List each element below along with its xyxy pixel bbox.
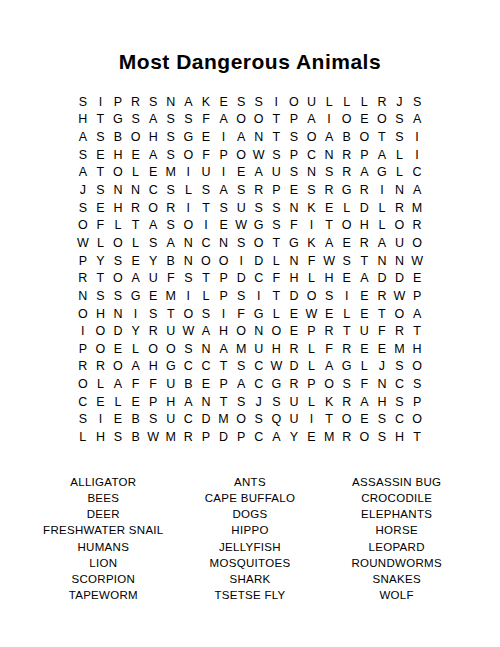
grid-cell-r15c8: N [197, 340, 215, 358]
grid-cell-r19c1: S [74, 411, 92, 429]
grid-cell-r6c16: G [338, 181, 356, 199]
grid-cell-r18c11: J [250, 393, 268, 411]
grid-cell-r13c7: O [180, 305, 198, 323]
grid-cell-r4c10: O [232, 146, 250, 164]
grid-cell-r5c10: E [232, 164, 250, 182]
grid-cell-r12c14: O [303, 287, 321, 305]
grid-cell-r18c17: A [356, 393, 374, 411]
word-list: ALLIGATORBEESDEERFRESHWATER SNAILHUMANSL… [30, 474, 470, 604]
grid-cell-r11c7: S [180, 269, 198, 287]
grid-cell-r7c14: K [303, 199, 321, 217]
grid-cell-r8c1: O [74, 216, 92, 234]
grid-cell-r5c18: G [373, 164, 391, 182]
grid-cell-r15c14: L [303, 340, 321, 358]
grid-cell-r17c13: R [285, 375, 303, 393]
grid-cell-r2c12: T [268, 111, 286, 129]
grid-cell-r18c13: U [285, 393, 303, 411]
word-item: SNAKES [323, 571, 470, 587]
grid-cell-r7c13: N [285, 199, 303, 217]
grid-cell-r5c20: C [408, 164, 426, 182]
grid-cell-r19c14: I [303, 411, 321, 429]
grid-cell-r11c1: R [74, 269, 92, 287]
grid-cell-r19c20: O [408, 411, 426, 429]
grid-cell-r8c6: S [162, 216, 180, 234]
word-list-column-2: ANTSCAPE BUFFALODOGSHIPPOJELLYFISHMOSQUI… [177, 474, 324, 604]
grid-cell-r13c1: O [74, 305, 92, 323]
word-item: DOGS [177, 506, 324, 522]
word-item: TAPEWORM [30, 587, 177, 603]
grid-cell-r1c5: S [144, 93, 162, 111]
grid-cell-r9c2: L [92, 234, 110, 252]
grid-cell-r19c3: E [109, 411, 127, 429]
grid-cell-r5c8: U [197, 164, 215, 182]
grid-cell-r11c5: U [144, 269, 162, 287]
grid-cell-r1c13: O [285, 93, 303, 111]
grid-cell-r2c15: I [320, 111, 338, 129]
grid-cell-r4c16: R [338, 146, 356, 164]
grid-cell-r18c19: S [391, 393, 409, 411]
grid-cell-r7c5: O [144, 199, 162, 217]
grid-cell-r18c18: H [373, 393, 391, 411]
grid-cell-r14c5: R [144, 322, 162, 340]
grid-cell-r4c6: S [162, 146, 180, 164]
grid-cell-r10c15: W [320, 252, 338, 270]
grid-cell-r3c20: I [408, 128, 426, 146]
grid-cell-r16c11: C [250, 358, 268, 376]
grid-cell-r7c1: S [74, 199, 92, 217]
grid-cell-r1c8: K [197, 93, 215, 111]
grid-cell-r13c12: L [268, 305, 286, 323]
grid-cell-r9c6: A [162, 234, 180, 252]
grid-cell-r9c12: T [268, 234, 286, 252]
grid-cell-r12c5: E [144, 287, 162, 305]
word-search-grid: SIPRSNAKESSIOULLLRJSHTGSASSFAOOTPAIOEOSA… [74, 93, 426, 446]
grid-cell-r10c6: B [162, 252, 180, 270]
grid-cell-r6c17: R [356, 181, 374, 199]
grid-cell-r2c3: G [109, 111, 127, 129]
grid-cell-r2c20: A [408, 111, 426, 129]
word-item: LION [30, 555, 177, 571]
grid-cell-r14c3: D [109, 322, 127, 340]
grid-cell-r19c10: O [232, 411, 250, 429]
grid-cell-r17c10: A [232, 375, 250, 393]
grid-cell-r19c16: O [338, 411, 356, 429]
grid-cell-r5c17: A [356, 164, 374, 182]
grid-cell-r3c4: O [127, 128, 145, 146]
grid-cell-r15c10: M [232, 340, 250, 358]
grid-cell-r4c20: I [408, 146, 426, 164]
word-item: LEOPARD [323, 539, 470, 555]
grid-cell-r20c2: H [92, 428, 110, 446]
grid-cell-r6c6: S [162, 181, 180, 199]
puzzle-title: Most Dangerous Animals [0, 0, 500, 73]
grid-cell-r10c5: Y [144, 252, 162, 270]
grid-cell-r7c10: U [232, 199, 250, 217]
grid-cell-r14c14: P [303, 322, 321, 340]
grid-cell-r17c2: L [92, 375, 110, 393]
grid-cell-r14c11: N [250, 322, 268, 340]
grid-cell-r1c10: S [232, 93, 250, 111]
grid-cell-r5c7: I [180, 164, 198, 182]
grid-cell-r16c2: R [92, 358, 110, 376]
grid-cell-r13c17: E [356, 305, 374, 323]
grid-cell-r18c1: C [74, 393, 92, 411]
grid-cell-r8c4: T [127, 216, 145, 234]
grid-cell-r20c13: Y [285, 428, 303, 446]
grid-cell-r12c2: S [92, 287, 110, 305]
grid-cell-r12c1: N [74, 287, 92, 305]
grid-cell-r1c6: N [162, 93, 180, 111]
grid-cell-r2c11: O [250, 111, 268, 129]
grid-cell-r1c15: L [320, 93, 338, 111]
grid-cell-r13c10: F [232, 305, 250, 323]
grid-cell-r17c8: E [197, 375, 215, 393]
word-item: SCORPION [30, 571, 177, 587]
grid-cell-r19c13: U [285, 411, 303, 429]
grid-cell-r12c19: W [391, 287, 409, 305]
grid-cell-r5c15: S [320, 164, 338, 182]
grid-cell-r20c14: E [303, 428, 321, 446]
grid-cell-r1c3: P [109, 93, 127, 111]
grid-cell-r11c8: T [197, 269, 215, 287]
grid-cell-r13c8: S [197, 305, 215, 323]
grid-cell-r4c8: F [197, 146, 215, 164]
word-item: ELEPHANTS [323, 506, 470, 522]
grid-cell-r9c3: O [109, 234, 127, 252]
grid-cell-r16c5: H [144, 358, 162, 376]
grid-cell-r8c11: G [250, 216, 268, 234]
grid-cell-r3c6: S [162, 128, 180, 146]
grid-cell-r15c20: H [408, 340, 426, 358]
grid-cell-r5c13: S [285, 164, 303, 182]
grid-cell-r13c6: T [162, 305, 180, 323]
grid-cell-r2c18: O [373, 111, 391, 129]
grid-cell-r12c6: M [162, 287, 180, 305]
grid-cell-r9c14: K [303, 234, 321, 252]
grid-cell-r2c2: T [92, 111, 110, 129]
grid-cell-r16c8: C [197, 358, 215, 376]
grid-cell-r17c17: F [356, 375, 374, 393]
grid-cell-r20c19: H [391, 428, 409, 446]
grid-cell-r19c2: I [92, 411, 110, 429]
grid-cell-r3c1: A [74, 128, 92, 146]
grid-cell-r15c11: U [250, 340, 268, 358]
grid-cell-r11c17: A [356, 269, 374, 287]
grid-cell-r3c5: H [144, 128, 162, 146]
grid-cell-r15c13: R [285, 340, 303, 358]
grid-cell-r15c18: E [373, 340, 391, 358]
grid-cell-r10c4: E [127, 252, 145, 270]
grid-cell-r2c14: A [303, 111, 321, 129]
grid-cell-r14c6: U [162, 322, 180, 340]
grid-cell-r14c7: W [180, 322, 198, 340]
grid-cell-r8c12: S [268, 216, 286, 234]
word-list-column-3: ASSASSIN BUGCROCODILEELEPHANTSHORSELEOPA… [323, 474, 470, 604]
grid-cell-r19c15: T [320, 411, 338, 429]
grid-cell-r6c10: S [232, 181, 250, 199]
grid-cell-r13c13: E [285, 305, 303, 323]
grid-cell-r9c9: N [215, 234, 233, 252]
word-item: TSETSE FLY [177, 587, 324, 603]
grid-cell-r19c4: B [127, 411, 145, 429]
grid-cell-r6c7: L [180, 181, 198, 199]
grid-cell-r10c11: D [250, 252, 268, 270]
grid-cell-r19c7: C [180, 411, 198, 429]
grid-cell-r9c8: C [197, 234, 215, 252]
grid-cell-r13c11: G [250, 305, 268, 323]
word-item: SHARK [177, 571, 324, 587]
grid-cell-r17c12: G [268, 375, 286, 393]
grid-cell-r19c9: M [215, 411, 233, 429]
grid-cell-r19c18: S [373, 411, 391, 429]
grid-cell-r17c6: U [162, 375, 180, 393]
grid-cell-r5c1: A [74, 164, 92, 182]
grid-cell-r20c16: R [338, 428, 356, 446]
grid-cell-r14c12: O [268, 322, 286, 340]
grid-cell-r3c17: O [356, 128, 374, 146]
grid-cell-r10c14: F [303, 252, 321, 270]
grid-cell-r9c19: U [391, 234, 409, 252]
grid-cell-r9c11: O [250, 234, 268, 252]
grid-cell-r10c18: N [373, 252, 391, 270]
grid-cell-r7c2: E [92, 199, 110, 217]
grid-cell-r1c17: L [356, 93, 374, 111]
grid-cell-r5c5: E [144, 164, 162, 182]
grid-cell-r11c10: D [232, 269, 250, 287]
grid-cell-r8c19: O [391, 216, 409, 234]
grid-cell-r5c11: A [250, 164, 268, 182]
grid-cell-r10c19: N [391, 252, 409, 270]
grid-cell-r15c3: E [109, 340, 127, 358]
grid-cell-r3c8: E [197, 128, 215, 146]
grid-cell-r18c9: T [215, 393, 233, 411]
grid-cell-r11c20: E [408, 269, 426, 287]
grid-cell-r13c9: I [215, 305, 233, 323]
grid-cell-r7c4: R [127, 199, 145, 217]
grid-cell-r17c20: S [408, 375, 426, 393]
grid-cell-r1c7: A [180, 93, 198, 111]
grid-cell-r19c12: Q [268, 411, 286, 429]
grid-cell-r20c12: A [268, 428, 286, 446]
grid-cell-r15c12: H [268, 340, 286, 358]
grid-cell-r19c17: E [356, 411, 374, 429]
grid-cell-r15c6: O [162, 340, 180, 358]
grid-cell-r12c7: I [180, 287, 198, 305]
grid-cell-r16c18: J [373, 358, 391, 376]
grid-cell-r12c11: I [250, 287, 268, 305]
grid-cell-r15c5: O [144, 340, 162, 358]
grid-cell-r3c7: G [180, 128, 198, 146]
grid-cell-r2c17: E [356, 111, 374, 129]
grid-cell-r11c11: C [250, 269, 268, 287]
grid-cell-r9c18: A [373, 234, 391, 252]
grid-cell-r5c16: R [338, 164, 356, 182]
grid-cell-r9c16: E [338, 234, 356, 252]
grid-cell-r15c17: E [356, 340, 374, 358]
grid-cell-r10c8: O [197, 252, 215, 270]
grid-cell-r6c5: C [144, 181, 162, 199]
grid-cell-r9c4: L [127, 234, 145, 252]
word-item: HORSE [323, 522, 470, 538]
word-item: CROCODILE [323, 490, 470, 506]
grid-cell-r3c3: B [109, 128, 127, 146]
grid-cell-r12c18: R [373, 287, 391, 305]
grid-cell-r19c11: S [250, 411, 268, 429]
grid-cell-r1c11: S [250, 93, 268, 111]
grid-cell-r17c1: O [74, 375, 92, 393]
grid-cell-r14c2: O [92, 322, 110, 340]
grid-cell-r9c17: R [356, 234, 374, 252]
grid-cell-r7c18: L [373, 199, 391, 217]
grid-cell-r10c1: P [74, 252, 92, 270]
word-item: WOLF [323, 587, 470, 603]
grid-cell-r17c19: C [391, 375, 409, 393]
grid-cell-r7c12: S [268, 199, 286, 217]
grid-cell-r7c7: I [180, 199, 198, 217]
grid-cell-r1c1: S [74, 93, 92, 111]
word-item: ALLIGATOR [30, 474, 177, 490]
grid-cell-r2c5: A [144, 111, 162, 129]
grid-cell-r13c19: O [391, 305, 409, 323]
grid-cell-r16c15: A [320, 358, 338, 376]
grid-cell-r8c18: L [373, 216, 391, 234]
grid-cell-r2c4: S [127, 111, 145, 129]
grid-cell-r3c13: S [285, 128, 303, 146]
grid-cell-r18c15: K [320, 393, 338, 411]
grid-cell-r10c7: N [180, 252, 198, 270]
grid-cell-r2c6: S [162, 111, 180, 129]
grid-cell-r18c3: L [109, 393, 127, 411]
grid-cell-r10c16: S [338, 252, 356, 270]
grid-cell-r16c16: G [338, 358, 356, 376]
grid-cell-r9c20: O [408, 234, 426, 252]
grid-cell-r4c12: S [268, 146, 286, 164]
grid-cell-r14c4: Y [127, 322, 145, 340]
word-item: ASSASSIN BUG [323, 474, 470, 490]
grid-cell-r19c8: D [197, 411, 215, 429]
grid-cell-r16c9: T [215, 358, 233, 376]
grid-cell-r1c4: R [127, 93, 145, 111]
grid-cell-r4c17: P [356, 146, 374, 164]
grid-cell-r9c1: W [74, 234, 92, 252]
grid-cell-r10c9: O [215, 252, 233, 270]
grid-cell-r15c4: L [127, 340, 145, 358]
word-item: JELLYFISH [177, 539, 324, 555]
grid-cell-r9c7: N [180, 234, 198, 252]
grid-cell-r14c17: U [356, 322, 374, 340]
word-item: ANTS [177, 474, 324, 490]
grid-cell-r16c6: G [162, 358, 180, 376]
grid-cell-r3c11: N [250, 128, 268, 146]
grid-cell-r4c15: N [320, 146, 338, 164]
grid-cell-r5c2: T [92, 164, 110, 182]
grid-cell-r6c4: N [127, 181, 145, 199]
grid-cell-r10c17: T [356, 252, 374, 270]
grid-cell-r7c11: S [250, 199, 268, 217]
grid-cell-r6c12: P [268, 181, 286, 199]
grid-cell-r17c16: S [338, 375, 356, 393]
grid-cell-r2c1: H [74, 111, 92, 129]
grid-cell-r5c12: U [268, 164, 286, 182]
grid-cell-r5c19: L [391, 164, 409, 182]
grid-cell-r5c6: M [162, 164, 180, 182]
grid-cell-r8c7: O [180, 216, 198, 234]
grid-cell-r6c19: N [391, 181, 409, 199]
grid-cell-r18c6: H [162, 393, 180, 411]
word-item: ROUNDWORMS [323, 555, 470, 571]
grid-cell-r13c14: W [303, 305, 321, 323]
grid-cell-r2c19: S [391, 111, 409, 129]
grid-cell-r19c19: C [391, 411, 409, 429]
grid-cell-r11c13: H [285, 269, 303, 287]
grid-cell-r18c14: L [303, 393, 321, 411]
grid-cell-r17c4: F [127, 375, 145, 393]
grid-cell-r18c5: P [144, 393, 162, 411]
grid-cell-r4c7: O [180, 146, 198, 164]
grid-cell-r16c10: S [232, 358, 250, 376]
grid-cell-r4c3: H [109, 146, 127, 164]
grid-cell-r11c18: D [373, 269, 391, 287]
grid-cell-r15c7: S [180, 340, 198, 358]
grid-cell-r20c6: M [162, 428, 180, 446]
grid-cell-r18c8: N [197, 393, 215, 411]
grid-cell-r20c9: D [215, 428, 233, 446]
grid-cell-r3c9: I [215, 128, 233, 146]
grid-cell-r7c8: T [197, 199, 215, 217]
grid-cell-r18c7: A [180, 393, 198, 411]
grid-cell-r8c2: F [92, 216, 110, 234]
grid-cell-r16c4: A [127, 358, 145, 376]
grid-cell-r20c17: O [356, 428, 374, 446]
grid-cell-r4c5: A [144, 146, 162, 164]
grid-cell-r6c8: S [197, 181, 215, 199]
grid-cell-r20c11: C [250, 428, 268, 446]
grid-cell-r12c9: P [215, 287, 233, 305]
grid-cell-r17c18: N [373, 375, 391, 393]
grid-cell-r11c2: T [92, 269, 110, 287]
grid-cell-r3c10: A [232, 128, 250, 146]
word-item: FRESHWATER SNAIL [30, 522, 177, 538]
grid-cell-r17c7: B [180, 375, 198, 393]
grid-cell-r8c5: A [144, 216, 162, 234]
grid-cell-r8c17: H [356, 216, 374, 234]
grid-cell-r13c16: L [338, 305, 356, 323]
grid-cell-r9c5: S [144, 234, 162, 252]
grid-cell-r6c15: R [320, 181, 338, 199]
grid-cell-r1c19: J [391, 93, 409, 111]
grid-cell-r12c10: S [232, 287, 250, 305]
grid-cell-r2c16: O [338, 111, 356, 129]
grid-cell-r17c3: A [109, 375, 127, 393]
grid-cell-r18c2: E [92, 393, 110, 411]
grid-cell-r6c11: R [250, 181, 268, 199]
grid-cell-r16c14: L [303, 358, 321, 376]
grid-cell-r8c20: R [408, 216, 426, 234]
grid-cell-r14c16: T [338, 322, 356, 340]
grid-cell-r1c16: L [338, 93, 356, 111]
grid-cell-r5c9: I [215, 164, 233, 182]
grid-cell-r12c16: I [338, 287, 356, 305]
grid-cell-r19c5: S [144, 411, 162, 429]
grid-cell-r9c15: A [320, 234, 338, 252]
grid-cell-r16c17: L [356, 358, 374, 376]
grid-cell-r2c8: F [197, 111, 215, 129]
word-item: HIPPO [177, 522, 324, 538]
grid-cell-r2c10: O [232, 111, 250, 129]
grid-cell-r18c10: S [232, 393, 250, 411]
grid-cell-r1c9: E [215, 93, 233, 111]
grid-cell-r11c4: A [127, 269, 145, 287]
